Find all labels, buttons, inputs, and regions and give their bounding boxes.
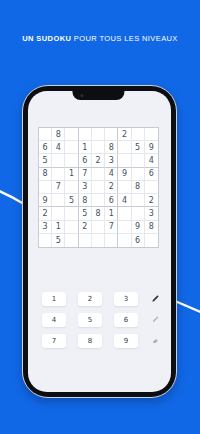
sudoku-cell[interactable]: [118, 181, 131, 194]
pencil-icon[interactable]: [150, 315, 160, 325]
sudoku-cell[interactable]: [132, 154, 145, 167]
sudoku-cell[interactable]: [92, 128, 105, 141]
sudoku-cell[interactable]: 5: [39, 154, 52, 167]
number-pad: 123456789: [42, 292, 160, 355]
sudoku-cell[interactable]: [52, 207, 65, 220]
tagline-rest: POUR TOUS LES NIVEAUX: [71, 34, 177, 43]
sudoku-cell[interactable]: [65, 207, 78, 220]
sudoku-cell[interactable]: [65, 128, 78, 141]
digit-key-6[interactable]: 6: [114, 313, 138, 327]
sudoku-cell[interactable]: [65, 141, 78, 154]
sudoku-cell[interactable]: 9: [145, 141, 158, 154]
phone-mockup: 8264185956234817496732895864225813312798…: [22, 85, 177, 398]
sudoku-cell[interactable]: 8: [145, 221, 158, 234]
tagline: UN SUDOKU POUR TOUS LES NIVEAUX: [0, 34, 200, 43]
sudoku-cell[interactable]: 7: [79, 168, 92, 181]
sudoku-cell[interactable]: [52, 154, 65, 167]
sudoku-cell[interactable]: [145, 234, 158, 247]
digit-key-2[interactable]: 2: [78, 292, 102, 306]
sudoku-cell[interactable]: 4: [52, 141, 65, 154]
sudoku-cell[interactable]: 8: [39, 168, 52, 181]
sudoku-cell[interactable]: [92, 194, 105, 207]
sudoku-cell[interactable]: [132, 207, 145, 220]
sudoku-cell[interactable]: [92, 181, 105, 194]
sudoku-cell[interactable]: 3: [105, 154, 118, 167]
sudoku-cell[interactable]: [132, 168, 145, 181]
sudoku-cell[interactable]: [118, 221, 131, 234]
sudoku-cell[interactable]: 4: [145, 154, 158, 167]
sudoku-cell[interactable]: [118, 141, 131, 154]
digit-key-4[interactable]: 4: [42, 313, 66, 327]
sudoku-cell[interactable]: 3: [39, 221, 52, 234]
sudoku-cell[interactable]: [79, 234, 92, 247]
sudoku-cell[interactable]: 4: [118, 194, 131, 207]
sudoku-cell[interactable]: 2: [39, 207, 52, 220]
sudoku-cell[interactable]: [118, 207, 131, 220]
sudoku-cell[interactable]: [39, 234, 52, 247]
sudoku-cell[interactable]: 2: [92, 154, 105, 167]
digit-key-3[interactable]: 3: [114, 292, 138, 306]
sudoku-cell[interactable]: 6: [145, 168, 158, 181]
sudoku-cell[interactable]: 5: [79, 207, 92, 220]
pen-icon[interactable]: [150, 294, 160, 304]
sudoku-cell[interactable]: 9: [39, 194, 52, 207]
sudoku-cell[interactable]: 3: [79, 181, 92, 194]
sudoku-cell[interactable]: 8: [132, 181, 145, 194]
sudoku-cell[interactable]: [65, 181, 78, 194]
sudoku-cell[interactable]: [65, 221, 78, 234]
sudoku-cell[interactable]: [92, 221, 105, 234]
sudoku-cell[interactable]: [145, 128, 158, 141]
digit-key-9[interactable]: 9: [114, 334, 138, 348]
sudoku-cell[interactable]: [39, 181, 52, 194]
sudoku-cell[interactable]: [105, 128, 118, 141]
phone-screen: 8264185956234817496732895864225813312798…: [28, 91, 171, 392]
sudoku-cell[interactable]: 6: [105, 194, 118, 207]
sudoku-cell[interactable]: 8: [105, 141, 118, 154]
sudoku-cell[interactable]: 8: [79, 194, 92, 207]
digit-key-1[interactable]: 1: [42, 292, 66, 306]
sudoku-cell[interactable]: 7: [105, 221, 118, 234]
sudoku-cell[interactable]: 2: [105, 181, 118, 194]
number-pad-row: 789: [42, 334, 160, 348]
sudoku-cell[interactable]: 5: [65, 194, 78, 207]
sudoku-cell[interactable]: [52, 194, 65, 207]
number-pad-row: 456: [42, 313, 160, 327]
sudoku-cell[interactable]: [92, 141, 105, 154]
sudoku-cell[interactable]: [118, 234, 131, 247]
sudoku-cell[interactable]: 3: [145, 207, 158, 220]
sudoku-board: 8264185956234817496732895864225813312798…: [38, 127, 159, 248]
sudoku-cell[interactable]: 4: [105, 168, 118, 181]
sudoku-cell[interactable]: 6: [79, 154, 92, 167]
sudoku-cell[interactable]: [65, 234, 78, 247]
sudoku-cell[interactable]: 1: [79, 141, 92, 154]
sudoku-cell[interactable]: 1: [65, 168, 78, 181]
number-pad-row: 123: [42, 292, 160, 306]
sudoku-cell[interactable]: 8: [92, 207, 105, 220]
sudoku-cell[interactable]: [39, 128, 52, 141]
sudoku-cell[interactable]: [145, 181, 158, 194]
sudoku-cell[interactable]: [52, 168, 65, 181]
sudoku-cell[interactable]: [92, 168, 105, 181]
sudoku-cell[interactable]: 2: [118, 128, 131, 141]
eraser-icon[interactable]: [150, 336, 160, 346]
sudoku-cell[interactable]: [92, 234, 105, 247]
sudoku-cell[interactable]: 5: [52, 234, 65, 247]
sudoku-cell[interactable]: 2: [145, 194, 158, 207]
sudoku-cell[interactable]: 1: [105, 207, 118, 220]
digit-key-8[interactable]: 8: [78, 334, 102, 348]
sudoku-cell[interactable]: 2: [79, 221, 92, 234]
sudoku-cell[interactable]: 8: [52, 128, 65, 141]
sudoku-cell[interactable]: [65, 154, 78, 167]
sudoku-cell[interactable]: [132, 194, 145, 207]
sudoku-cell[interactable]: [79, 128, 92, 141]
digit-key-7[interactable]: 7: [42, 334, 66, 348]
phone-notch: [72, 91, 124, 100]
sudoku-cell[interactable]: 9: [132, 221, 145, 234]
sudoku-cell[interactable]: 6: [39, 141, 52, 154]
sudoku-cell[interactable]: 7: [52, 181, 65, 194]
sudoku-cell[interactable]: [132, 128, 145, 141]
sudoku-cell[interactable]: 5: [132, 141, 145, 154]
sudoku-cell[interactable]: 6: [132, 234, 145, 247]
sudoku-cell[interactable]: [105, 234, 118, 247]
camera-dot: [80, 94, 83, 97]
app-store-screenshot: UN SUDOKU POUR TOUS LES NIVEAUX 82641859…: [0, 0, 200, 434]
sudoku-cell[interactable]: [118, 154, 131, 167]
tagline-bold: UN SUDOKU: [22, 34, 71, 43]
sudoku-cell[interactable]: 9: [118, 168, 131, 181]
sudoku-cell[interactable]: 1: [52, 221, 65, 234]
digit-key-5[interactable]: 5: [78, 313, 102, 327]
